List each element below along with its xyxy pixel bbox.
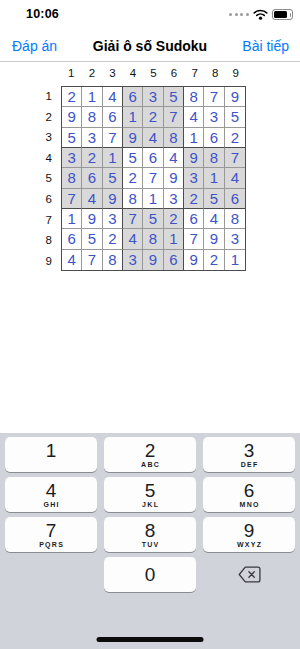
sudoku-cell-r1c8[interactable]: 7: [204, 87, 224, 107]
key-6[interactable]: 6MNO: [203, 477, 295, 512]
sudoku-cell-r6c2[interactable]: 4: [82, 189, 102, 209]
sudoku-cell-r5c2[interactable]: 6: [82, 168, 102, 188]
row-label-1: 1: [38, 86, 52, 107]
key-letters: DEF: [239, 461, 258, 469]
sudoku-cell-r3c7[interactable]: 1: [184, 128, 204, 148]
next-puzzle-button[interactable]: Bài tiếp: [242, 38, 289, 54]
sudoku-cell-r8c4[interactable]: 4: [123, 229, 143, 249]
key-0[interactable]: 0: [104, 557, 196, 592]
sudoku-board: 2146358799861274355379481623215649878652…: [61, 86, 246, 271]
home-indicator[interactable]: [97, 637, 204, 642]
sudoku-cell-r8c7[interactable]: 7: [184, 229, 204, 249]
sudoku-cell-r8c1[interactable]: 6: [62, 229, 82, 249]
sudoku-cell-r6c1[interactable]: 7: [62, 189, 82, 209]
sudoku-cell-r2c1[interactable]: 9: [62, 107, 82, 127]
row-label-3: 3: [38, 127, 52, 148]
col-label-7: 7: [184, 64, 205, 82]
sudoku-cell-r6c5[interactable]: 1: [143, 189, 163, 209]
row-label-7: 7: [38, 209, 52, 230]
sudoku-cell-r9c5[interactable]: 9: [143, 250, 163, 270]
sudoku-row-labels: 123456789: [38, 86, 52, 271]
key-7[interactable]: 7PQRS: [5, 517, 97, 552]
sudoku-cell-r7c2[interactable]: 9: [82, 209, 102, 229]
sudoku-cell-r5c6[interactable]: 9: [164, 168, 184, 188]
sudoku-cell-r3c2[interactable]: 3: [82, 128, 102, 148]
signal-dot: [229, 13, 232, 16]
sudoku-cell-r4c2[interactable]: 2: [82, 148, 102, 168]
sudoku-cell-r1c6[interactable]: 5: [164, 87, 184, 107]
sudoku-cell-r2c3[interactable]: 6: [103, 107, 123, 127]
key-digit: 6: [244, 481, 255, 501]
key-digit: 9: [244, 521, 255, 541]
sudoku-cell-r2c8[interactable]: 3: [204, 107, 224, 127]
row-label-2: 2: [38, 107, 52, 128]
key-digit: 8: [145, 521, 156, 541]
sudoku-cell-r8c9[interactable]: 3: [225, 229, 245, 249]
col-label-6: 6: [164, 64, 185, 82]
sudoku-cell-r3c3[interactable]: 7: [103, 128, 123, 148]
row-label-8: 8: [38, 230, 52, 251]
status-icons: [229, 9, 291, 20]
col-label-3: 3: [102, 64, 123, 82]
col-label-9: 9: [225, 64, 246, 82]
sudoku-cell-r6c6[interactable]: 3: [164, 189, 184, 209]
backspace-icon: [238, 566, 261, 583]
key-8[interactable]: 8TUV: [104, 517, 196, 552]
signal-dot: [240, 13, 243, 16]
wifi-icon: [253, 9, 268, 20]
key-letters: WXYZ: [236, 541, 263, 549]
sudoku-cell-r7c4[interactable]: 7: [123, 209, 143, 229]
sudoku-cell-r7c1[interactable]: 1: [62, 209, 82, 229]
key-1[interactable]: 1: [5, 437, 97, 472]
col-label-8: 8: [205, 64, 226, 82]
sudoku-cell-r4c5[interactable]: 6: [143, 148, 163, 168]
keyboard-row: 1 2ABC 3DEF: [0, 437, 300, 472]
sudoku-cell-r4c8[interactable]: 8: [204, 148, 224, 168]
key-letters: PQRS: [38, 541, 64, 549]
key-digit: 3: [244, 441, 255, 461]
col-label-4: 4: [123, 64, 144, 82]
backspace-key[interactable]: [203, 557, 295, 592]
sudoku-cell-r6c8[interactable]: 5: [204, 189, 224, 209]
key-letters: TUV: [140, 541, 159, 549]
key-letters: GHI: [42, 501, 60, 509]
sudoku-cell-r9c7[interactable]: 9: [184, 250, 204, 270]
sudoku-cell-r8c2[interactable]: 5: [82, 229, 102, 249]
status-bar: 10:06: [0, 0, 300, 32]
sudoku-cell-r6c7[interactable]: 2: [184, 189, 204, 209]
sudoku-cell-r7c9[interactable]: 8: [225, 209, 245, 229]
key-digit: 1: [46, 441, 57, 461]
sudoku-cell-r5c3[interactable]: 5: [103, 168, 123, 188]
key-4[interactable]: 4GHI: [5, 477, 97, 512]
sudoku-cell-r1c4[interactable]: 6: [123, 87, 143, 107]
sudoku-cell-r8c8[interactable]: 9: [204, 229, 224, 249]
sudoku-cell-r9c3[interactable]: 8: [103, 250, 123, 270]
sudoku-cell-r7c5[interactable]: 5: [143, 209, 163, 229]
keyboard-row: 7PQRS 8TUV 9WXYZ: [0, 517, 300, 552]
sudoku-cell-r1c9[interactable]: 9: [225, 87, 245, 107]
cellular-signal-icon: [229, 13, 249, 16]
sudoku-cell-r5c8[interactable]: 1: [204, 168, 224, 188]
sudoku-cell-r3c4[interactable]: 9: [123, 128, 143, 148]
number-keyboard: 1 2ABC 3DEF 4GHI 5JKL 6MNO 7PQRS 8TUV 9W…: [0, 433, 300, 649]
sudoku-cell-r4c3[interactable]: 1: [103, 148, 123, 168]
row-label-6: 6: [38, 189, 52, 210]
signal-dot: [246, 13, 249, 16]
sudoku-cell-r7c8[interactable]: 4: [204, 209, 224, 229]
row-label-9: 9: [38, 250, 52, 271]
key-2[interactable]: 2ABC: [104, 437, 196, 472]
sudoku-app-screen: { "game": "sudoku", "position": "2146358…: [0, 0, 300, 649]
sudoku-cell-r1c5[interactable]: 3: [143, 87, 163, 107]
key-letters: JKL: [141, 501, 159, 509]
col-label-5: 5: [143, 64, 164, 82]
sudoku-cell-r3c5[interactable]: 4: [143, 128, 163, 148]
sudoku-cell-r9c9[interactable]: 1: [225, 250, 245, 270]
key-digit: 7: [46, 521, 57, 541]
sudoku-col-labels: 123456789: [61, 64, 246, 82]
sudoku-cell-r3c1[interactable]: 5: [62, 128, 82, 148]
sudoku-cell-r5c9[interactable]: 4: [225, 168, 245, 188]
key-digit: 4: [46, 481, 57, 501]
sudoku-cell-r9c4[interactable]: 3: [123, 250, 143, 270]
sudoku-cell-r1c7[interactable]: 8: [184, 87, 204, 107]
key-letters: MNO: [238, 501, 260, 509]
key-digit: 0: [145, 565, 156, 585]
keyboard-row: 0: [0, 557, 300, 592]
sudoku-cell-r6c9[interactable]: 6: [225, 189, 245, 209]
sudoku-cell-r5c1[interactable]: 8: [62, 168, 82, 188]
sudoku-cell-r3c8[interactable]: 6: [204, 128, 224, 148]
row-label-5: 5: [38, 168, 52, 189]
sudoku-cell-r4c9[interactable]: 7: [225, 148, 245, 168]
sudoku-cell-r3c9[interactable]: 2: [225, 128, 245, 148]
sudoku-cell-r9c1[interactable]: 4: [62, 250, 82, 270]
sudoku-cell-r7c6[interactable]: 2: [164, 209, 184, 229]
sudoku-cell-r1c3[interactable]: 4: [103, 87, 123, 107]
sudoku-cell-r1c2[interactable]: 1: [82, 87, 102, 107]
sudoku-cell-r4c1[interactable]: 3: [62, 148, 82, 168]
sudoku-cell-r8c6[interactable]: 1: [164, 229, 184, 249]
sudoku-cell-r4c4[interactable]: 5: [123, 148, 143, 168]
signal-dot: [235, 13, 238, 16]
sudoku-cell-r2c9[interactable]: 5: [225, 107, 245, 127]
key-3[interactable]: 3DEF: [203, 437, 295, 472]
keyboard-spacer: [5, 557, 97, 592]
sudoku-cell-r2c2[interactable]: 8: [82, 107, 102, 127]
key-9[interactable]: 9WXYZ: [203, 517, 295, 552]
sudoku-cell-r2c6[interactable]: 7: [164, 107, 184, 127]
col-label-1: 1: [61, 64, 82, 82]
sudoku-cell-r1c1[interactable]: 2: [62, 87, 82, 107]
sudoku-cell-r8c3[interactable]: 2: [103, 229, 123, 249]
sudoku-cell-r4c6[interactable]: 4: [164, 148, 184, 168]
sudoku-cell-r6c4[interactable]: 8: [123, 189, 143, 209]
sudoku-cell-r5c5[interactable]: 7: [143, 168, 163, 188]
col-label-2: 2: [82, 64, 103, 82]
sudoku-cell-r2c4[interactable]: 1: [123, 107, 143, 127]
sudoku-cell-r9c8[interactable]: 2: [204, 250, 224, 270]
battery-icon: [272, 9, 292, 20]
sudoku-cell-r9c6[interactable]: 6: [164, 250, 184, 270]
clock: 10:06: [26, 7, 59, 21]
sudoku-cell-r5c4[interactable]: 2: [123, 168, 143, 188]
nav-bar: Đáp án Giải ô số Sudoku Bài tiếp: [0, 32, 300, 62]
sudoku-cell-r3c6[interactable]: 8: [164, 128, 184, 148]
sudoku-cell-r8c5[interactable]: 8: [143, 229, 163, 249]
key-digit: 2: [145, 441, 156, 461]
sudoku-cell-r2c5[interactable]: 2: [143, 107, 163, 127]
key-5[interactable]: 5JKL: [104, 477, 196, 512]
sudoku-cell-r7c7[interactable]: 6: [184, 209, 204, 229]
sudoku-cell-r6c3[interactable]: 9: [103, 189, 123, 209]
key-digit: 5: [145, 481, 156, 501]
key-letters: ABC: [140, 461, 160, 469]
sudoku-cell-r2c7[interactable]: 4: [184, 107, 204, 127]
keyboard-row: 4GHI 5JKL 6MNO: [0, 477, 300, 512]
row-label-4: 4: [38, 148, 52, 169]
sudoku-cell-r5c7[interactable]: 3: [184, 168, 204, 188]
sudoku-cell-r7c3[interactable]: 3: [103, 209, 123, 229]
sudoku-cell-r4c7[interactable]: 9: [184, 148, 204, 168]
sudoku-cell-r9c2[interactable]: 7: [82, 250, 102, 270]
